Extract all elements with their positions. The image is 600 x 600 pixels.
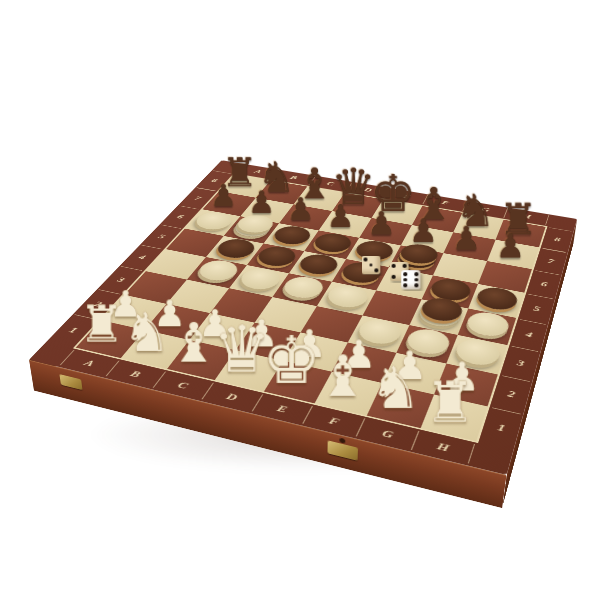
brass-latch [328, 440, 359, 460]
piece-white-rook[interactable]: ♜ [406, 374, 494, 430]
die-pip [364, 258, 367, 261]
die-pip [375, 269, 378, 272]
die-1-showing-3 [362, 256, 381, 275]
die-pip [404, 273, 407, 276]
die-pip [415, 273, 418, 276]
die-pip [369, 263, 372, 266]
die-pip [392, 264, 395, 267]
die-pip [404, 283, 407, 286]
die-3-showing-6 [401, 270, 420, 289]
die-pip [392, 275, 395, 278]
brass-clasp-left [59, 374, 82, 390]
product-photo-scene: ABCDEFGH ABCDEFGH 12345678 12345678 ♜♞♝♛… [0, 0, 600, 600]
die-pip [415, 283, 418, 286]
die-pip [403, 264, 406, 267]
die-pip [415, 278, 418, 281]
die-pip [404, 278, 407, 281]
piece-black-pawn[interactable]: ♟ [475, 229, 545, 262]
